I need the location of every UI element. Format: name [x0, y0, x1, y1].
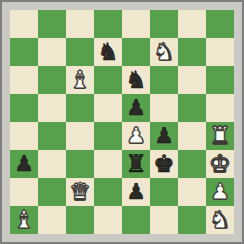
square-a8[interactable]: [10, 10, 38, 38]
black-knight-e6[interactable]: ♞: [122, 66, 150, 94]
square-c8[interactable]: [66, 10, 94, 38]
square-h6[interactable]: [206, 66, 234, 94]
square-c2[interactable]: ♛: [66, 178, 94, 206]
black-rook-e3[interactable]: ♜: [122, 150, 150, 178]
black-knight-d7[interactable]: ♞: [94, 38, 122, 66]
square-b8[interactable]: [38, 10, 66, 38]
square-h4[interactable]: ♜: [206, 122, 234, 150]
white-queen-c2[interactable]: ♛: [66, 178, 94, 206]
square-d4[interactable]: [94, 122, 122, 150]
square-h3[interactable]: ♚: [206, 150, 234, 178]
square-d8[interactable]: [94, 10, 122, 38]
square-e3[interactable]: ♜: [122, 150, 150, 178]
square-f7[interactable]: ♞: [150, 38, 178, 66]
square-d2[interactable]: [94, 178, 122, 206]
square-b7[interactable]: [38, 38, 66, 66]
square-b1[interactable]: [38, 206, 66, 234]
square-f1[interactable]: [150, 206, 178, 234]
square-d5[interactable]: [94, 94, 122, 122]
square-e2[interactable]: ♟: [122, 178, 150, 206]
square-c1[interactable]: [66, 206, 94, 234]
square-c6[interactable]: ♝: [66, 66, 94, 94]
square-e8[interactable]: [122, 10, 150, 38]
square-h7[interactable]: [206, 38, 234, 66]
square-a3[interactable]: ♟: [10, 150, 38, 178]
chess-board: ♞♞♝♞♟♟♟♜♟♜♚♚♛♟♟♝♞: [10, 10, 234, 234]
square-f6[interactable]: [150, 66, 178, 94]
square-a6[interactable]: [10, 66, 38, 94]
square-e7[interactable]: [122, 38, 150, 66]
square-b6[interactable]: [38, 66, 66, 94]
square-a4[interactable]: [10, 122, 38, 150]
square-h8[interactable]: [206, 10, 234, 38]
square-b2[interactable]: [38, 178, 66, 206]
white-knight-f7[interactable]: ♞: [150, 38, 178, 66]
square-c4[interactable]: [66, 122, 94, 150]
black-pawn-e5[interactable]: ♟: [122, 94, 150, 122]
white-knight-h1[interactable]: ♞: [206, 206, 234, 234]
square-f4[interactable]: ♟: [150, 122, 178, 150]
square-a5[interactable]: [10, 94, 38, 122]
square-g5[interactable]: [178, 94, 206, 122]
square-g1[interactable]: [178, 206, 206, 234]
square-e6[interactable]: ♞: [122, 66, 150, 94]
square-g6[interactable]: [178, 66, 206, 94]
white-rook-h4[interactable]: ♜: [206, 122, 234, 150]
white-bishop-c6[interactable]: ♝: [66, 66, 94, 94]
square-h1[interactable]: ♞: [206, 206, 234, 234]
black-pawn-f4[interactable]: ♟: [150, 122, 178, 150]
square-d1[interactable]: [94, 206, 122, 234]
square-f5[interactable]: [150, 94, 178, 122]
square-e4[interactable]: ♟: [122, 122, 150, 150]
square-f8[interactable]: [150, 10, 178, 38]
square-g2[interactable]: [178, 178, 206, 206]
square-h5[interactable]: [206, 94, 234, 122]
square-c3[interactable]: [66, 150, 94, 178]
square-e1[interactable]: [122, 206, 150, 234]
square-c5[interactable]: [66, 94, 94, 122]
black-pawn-a3[interactable]: ♟: [10, 150, 38, 178]
board-frame: ♞♞♝♞♟♟♟♜♟♜♚♚♛♟♟♝♞: [0, 0, 244, 244]
square-b3[interactable]: [38, 150, 66, 178]
white-king-h3[interactable]: ♚: [206, 150, 234, 178]
black-pawn-e2[interactable]: ♟: [122, 178, 150, 206]
square-a2[interactable]: [10, 178, 38, 206]
square-g8[interactable]: [178, 10, 206, 38]
square-a1[interactable]: ♝: [10, 206, 38, 234]
square-b5[interactable]: [38, 94, 66, 122]
square-f2[interactable]: [150, 178, 178, 206]
white-pawn-h2[interactable]: ♟: [206, 178, 234, 206]
square-d7[interactable]: ♞: [94, 38, 122, 66]
square-h2[interactable]: ♟: [206, 178, 234, 206]
square-d3[interactable]: [94, 150, 122, 178]
square-g3[interactable]: [178, 150, 206, 178]
square-c7[interactable]: [66, 38, 94, 66]
square-g7[interactable]: [178, 38, 206, 66]
square-g4[interactable]: [178, 122, 206, 150]
white-pawn-e4[interactable]: ♟: [122, 122, 150, 150]
square-f3[interactable]: ♚: [150, 150, 178, 178]
white-bishop-a1[interactable]: ♝: [10, 206, 38, 234]
square-b4[interactable]: [38, 122, 66, 150]
square-a7[interactable]: [10, 38, 38, 66]
square-e5[interactable]: ♟: [122, 94, 150, 122]
black-king-f3[interactable]: ♚: [150, 150, 178, 178]
square-d6[interactable]: [94, 66, 122, 94]
